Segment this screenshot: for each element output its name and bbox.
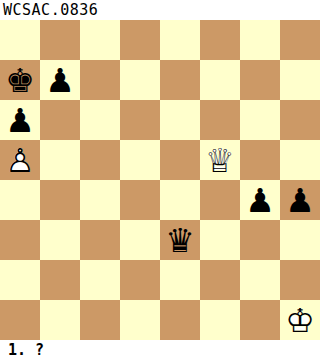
chess-diagram: WCSAC.0836 ♚♟♟♟♙♛♕♟♟♛♚♔ 1. ? [0,0,320,360]
square-f5[interactable]: ♛♕ [200,140,240,180]
square-f1[interactable] [200,300,240,340]
square-g4[interactable]: ♟ [240,180,280,220]
square-h2[interactable] [280,260,320,300]
square-f3[interactable] [200,220,240,260]
square-f6[interactable] [200,100,240,140]
square-h5[interactable] [280,140,320,180]
square-b6[interactable] [40,100,80,140]
square-g8[interactable] [240,20,280,60]
square-d6[interactable] [120,100,160,140]
square-a8[interactable] [0,20,40,60]
white-pawn: ♙ [0,140,40,180]
square-d7[interactable] [120,60,160,100]
square-d8[interactable] [120,20,160,60]
square-h4[interactable]: ♟ [280,180,320,220]
square-a3[interactable] [0,220,40,260]
square-c3[interactable] [80,220,120,260]
square-f4[interactable] [200,180,240,220]
square-e5[interactable] [160,140,200,180]
square-c6[interactable] [80,100,120,140]
black-pawn: ♟ [240,180,280,220]
square-d5[interactable] [120,140,160,180]
black-queen: ♛ [160,220,200,260]
square-b1[interactable] [40,300,80,340]
white-queen-fill: ♛ [200,140,240,180]
square-a4[interactable] [0,180,40,220]
square-h3[interactable] [280,220,320,260]
square-g6[interactable] [240,100,280,140]
square-h1[interactable]: ♚♔ [280,300,320,340]
black-king: ♚ [0,60,40,100]
square-a5[interactable]: ♟♙ [0,140,40,180]
black-pawn: ♟ [280,180,320,220]
square-e4[interactable] [160,180,200,220]
square-a7[interactable]: ♚ [0,60,40,100]
move-prompt: 1. ? [0,340,320,360]
square-c1[interactable] [80,300,120,340]
square-g5[interactable] [240,140,280,180]
square-b4[interactable] [40,180,80,220]
chess-board: ♚♟♟♟♙♛♕♟♟♛♚♔ [0,20,320,340]
square-c4[interactable] [80,180,120,220]
square-a6[interactable]: ♟ [0,100,40,140]
square-b2[interactable] [40,260,80,300]
white-king: ♔ [280,300,320,340]
square-h7[interactable] [280,60,320,100]
black-pawn: ♟ [0,100,40,140]
square-e3[interactable]: ♛ [160,220,200,260]
square-b7[interactable]: ♟ [40,60,80,100]
square-e1[interactable] [160,300,200,340]
square-b8[interactable] [40,20,80,60]
square-g7[interactable] [240,60,280,100]
square-d2[interactable] [120,260,160,300]
white-pawn-fill: ♟ [0,140,40,180]
square-e7[interactable] [160,60,200,100]
square-h6[interactable] [280,100,320,140]
square-c7[interactable] [80,60,120,100]
square-e2[interactable] [160,260,200,300]
square-f8[interactable] [200,20,240,60]
square-c5[interactable] [80,140,120,180]
square-b5[interactable] [40,140,80,180]
square-e6[interactable] [160,100,200,140]
square-d1[interactable] [120,300,160,340]
square-d4[interactable] [120,180,160,220]
square-e8[interactable] [160,20,200,60]
puzzle-id-label: WCSAC.0836 [0,0,320,20]
square-a2[interactable] [0,260,40,300]
square-g2[interactable] [240,260,280,300]
square-h8[interactable] [280,20,320,60]
white-king-fill: ♚ [280,300,320,340]
square-g3[interactable] [240,220,280,260]
black-pawn: ♟ [40,60,80,100]
square-a1[interactable] [0,300,40,340]
square-f2[interactable] [200,260,240,300]
white-queen: ♕ [200,140,240,180]
square-d3[interactable] [120,220,160,260]
square-f7[interactable] [200,60,240,100]
square-b3[interactable] [40,220,80,260]
square-c8[interactable] [80,20,120,60]
square-g1[interactable] [240,300,280,340]
square-c2[interactable] [80,260,120,300]
